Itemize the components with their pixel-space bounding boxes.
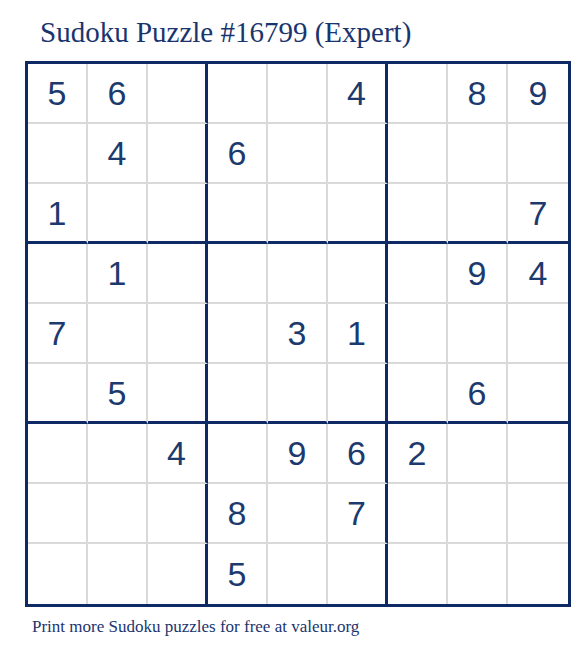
cell-r8c6: 7	[328, 484, 388, 544]
cell-r9c1	[28, 544, 88, 604]
cell-r6c1	[28, 364, 88, 424]
cell-r6c2: 5	[88, 364, 148, 424]
cell-r7c4	[208, 424, 268, 484]
cell-r2c6	[328, 124, 388, 184]
cell-r2c9	[508, 124, 568, 184]
cell-r2c5	[268, 124, 328, 184]
cell-r3c8	[448, 184, 508, 244]
cell-r6c5	[268, 364, 328, 424]
cell-r9c7	[388, 544, 448, 604]
cell-r1c9: 9	[508, 64, 568, 124]
cell-r5c8	[448, 304, 508, 364]
cell-r8c4: 8	[208, 484, 268, 544]
cell-r9c2	[88, 544, 148, 604]
cell-r3c7	[388, 184, 448, 244]
cell-r2c1	[28, 124, 88, 184]
cell-r5c2	[88, 304, 148, 364]
cell-r5c6: 1	[328, 304, 388, 364]
cell-r6c4	[208, 364, 268, 424]
cell-r1c3	[148, 64, 208, 124]
cell-r7c8	[448, 424, 508, 484]
cell-r9c5	[268, 544, 328, 604]
cell-r3c5	[268, 184, 328, 244]
cell-r8c2	[88, 484, 148, 544]
cell-r1c5	[268, 64, 328, 124]
footer-text: Print more Sudoku puzzles for free at va…	[32, 617, 359, 637]
cell-r9c8	[448, 544, 508, 604]
cell-r5c3	[148, 304, 208, 364]
cell-r5c4	[208, 304, 268, 364]
cell-r5c7	[388, 304, 448, 364]
sudoku-board: 564894617194731564962875	[25, 61, 571, 607]
cell-r3c2	[88, 184, 148, 244]
cell-r4c8: 9	[448, 244, 508, 304]
cell-r8c8	[448, 484, 508, 544]
cell-r5c9	[508, 304, 568, 364]
sudoku-page: Sudoku Puzzle #16799 (Expert) 5648946171…	[0, 0, 580, 651]
cell-r1c6: 4	[328, 64, 388, 124]
page-title: Sudoku Puzzle #16799 (Expert)	[40, 14, 411, 50]
cell-r5c1: 7	[28, 304, 88, 364]
cell-r1c2: 6	[88, 64, 148, 124]
cell-r3c9: 7	[508, 184, 568, 244]
cell-r6c6	[328, 364, 388, 424]
cell-r4c2: 1	[88, 244, 148, 304]
cell-r8c1	[28, 484, 88, 544]
cell-r3c1: 1	[28, 184, 88, 244]
cell-r1c4	[208, 64, 268, 124]
cell-r2c4: 6	[208, 124, 268, 184]
cell-r7c9	[508, 424, 568, 484]
cell-r4c4	[208, 244, 268, 304]
cell-r7c5: 9	[268, 424, 328, 484]
cell-r7c1	[28, 424, 88, 484]
cell-r4c7	[388, 244, 448, 304]
cell-r9c6	[328, 544, 388, 604]
cell-r6c8: 6	[448, 364, 508, 424]
cell-r2c7	[388, 124, 448, 184]
cell-r9c4: 5	[208, 544, 268, 604]
cell-r7c3: 4	[148, 424, 208, 484]
cell-r1c7	[388, 64, 448, 124]
cell-r6c3	[148, 364, 208, 424]
cell-r8c7	[388, 484, 448, 544]
cell-r3c4	[208, 184, 268, 244]
cell-r2c8	[448, 124, 508, 184]
cell-r7c6: 6	[328, 424, 388, 484]
cell-r6c7	[388, 364, 448, 424]
cell-r4c6	[328, 244, 388, 304]
cell-r3c3	[148, 184, 208, 244]
cell-r2c3	[148, 124, 208, 184]
cell-r3c6	[328, 184, 388, 244]
cell-r4c5	[268, 244, 328, 304]
cell-r4c1	[28, 244, 88, 304]
cell-r9c3	[148, 544, 208, 604]
cell-r8c9	[508, 484, 568, 544]
cell-r5c5: 3	[268, 304, 328, 364]
cell-r7c7: 2	[388, 424, 448, 484]
cell-r4c3	[148, 244, 208, 304]
cell-r8c5	[268, 484, 328, 544]
cell-r8c3	[148, 484, 208, 544]
cell-r9c9	[508, 544, 568, 604]
cell-r2c2: 4	[88, 124, 148, 184]
cell-r1c1: 5	[28, 64, 88, 124]
cell-r7c2	[88, 424, 148, 484]
cell-r1c8: 8	[448, 64, 508, 124]
cell-r6c9	[508, 364, 568, 424]
cell-r4c9: 4	[508, 244, 568, 304]
